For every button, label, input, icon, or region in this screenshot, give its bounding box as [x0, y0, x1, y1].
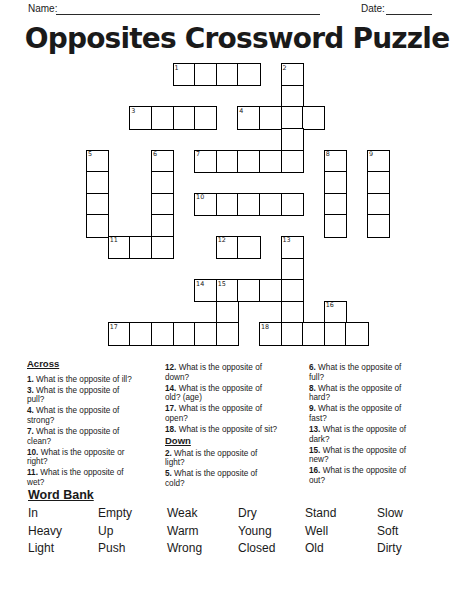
- crossword-grid: 123456789101112131415161718: [87, 64, 391, 346]
- clues-heading-across: Across: [27, 359, 163, 370]
- grid-cell-r5c3[interactable]: [151, 171, 174, 194]
- clue-number-label: 16.: [309, 466, 323, 475]
- clue-line: new?: [309, 455, 459, 465]
- clue-number-9: 9: [369, 151, 373, 158]
- grid-cell-r4c6[interactable]: [216, 150, 239, 173]
- clue-13: 13. What is the opposite ofdark?: [309, 425, 459, 444]
- clue-number-11: 11: [110, 237, 118, 244]
- word-bank-word-old: Old: [305, 541, 377, 555]
- clue-number-label: 5.: [165, 469, 174, 478]
- grid-cell-r2c4[interactable]: [173, 106, 196, 129]
- clue-12: 12. What is the opposite ofdown?: [165, 363, 305, 382]
- grid-cell-r7c3[interactable]: [151, 214, 174, 237]
- clue-9: 9. What is the opposite offast?: [309, 404, 459, 423]
- word-bank-word-weak: Weak: [167, 506, 238, 520]
- clue-4: 4. What is the opposite ofstrong?: [27, 406, 163, 425]
- grid-cell-r12c8[interactable]: 18: [259, 322, 282, 345]
- clue-number-4: 4: [239, 108, 243, 115]
- grid-cell-r11c11[interactable]: 16: [324, 301, 347, 324]
- clue-line: cold?: [165, 479, 305, 489]
- word-bank-word-closed: Closed: [238, 541, 305, 555]
- grid-cell-r12c5[interactable]: [194, 322, 217, 345]
- clue-line: 11. What is the opposite of: [27, 468, 163, 478]
- clue-number-label: 14.: [165, 384, 179, 393]
- grid-cell-r12c12[interactable]: [345, 322, 368, 345]
- clue-line: hard?: [309, 393, 459, 403]
- word-bank-word-heavy: Heavy: [28, 524, 98, 538]
- clue-number-label: 2.: [165, 449, 174, 458]
- clue-line: open?: [165, 414, 305, 424]
- clue-11: 11. What is the opposite ofwet?: [27, 468, 163, 487]
- clue-line: 7. What is the opposite of: [27, 427, 163, 437]
- grid-cell-r8c6[interactable]: 12: [216, 236, 239, 259]
- clue-line: strong?: [27, 416, 163, 426]
- clue-number-10: 10: [196, 194, 204, 201]
- clue-line: 4. What is the opposite of: [27, 406, 163, 416]
- clue-number-14: 14: [196, 281, 204, 288]
- grid-cell-r4c3[interactable]: 6: [151, 150, 174, 173]
- clue-line: wet?: [27, 478, 163, 488]
- clue-line: 8. What is the opposite of: [309, 384, 459, 394]
- clue-line: 6. What is the opposite of: [309, 363, 459, 373]
- word-bank-word-well: Well: [305, 524, 377, 538]
- grid-cell-r6c13[interactable]: [367, 193, 390, 216]
- clue-line: 13. What is the opposite of: [309, 425, 459, 435]
- grid-cell-r4c7[interactable]: [237, 150, 260, 173]
- clue-number-13: 13: [282, 237, 290, 244]
- grid-cell-r7c13[interactable]: [367, 214, 390, 237]
- grid-cell-r12c4[interactable]: [173, 322, 196, 345]
- clue-line: 1. What is the opposite of ill?: [27, 375, 163, 385]
- grid-cell-r7c11[interactable]: [324, 214, 347, 237]
- date-label: Date:: [361, 3, 385, 15]
- word-bank-word-dry: Dry: [238, 506, 305, 520]
- grid-cell-r12c10[interactable]: [302, 322, 325, 345]
- clue-number-8: 8: [326, 151, 330, 158]
- name-blank-line[interactable]: [56, 3, 320, 15]
- grid-cell-r6c3[interactable]: [151, 193, 174, 216]
- grid-cell-r7c0[interactable]: [86, 214, 109, 237]
- clue-number-label: 15.: [309, 446, 323, 455]
- grid-cell-r6c7[interactable]: [237, 193, 260, 216]
- clue-number-6: 6: [153, 151, 157, 158]
- grid-cell-r0c5[interactable]: [194, 63, 217, 86]
- word-bank-word-young: Young: [238, 524, 305, 538]
- grid-cell-r3c9[interactable]: [281, 128, 304, 151]
- clue-line: dark?: [309, 435, 459, 445]
- clue-line: 5. What is the opposite of: [165, 469, 305, 479]
- grid-cell-r4c9[interactable]: [281, 150, 304, 173]
- grid-cell-r5c11[interactable]: [324, 171, 347, 194]
- grid-cell-r6c6[interactable]: [216, 193, 239, 216]
- clue-number-label: 3.: [27, 386, 36, 395]
- clue-5: 5. What is the opposite ofcold?: [165, 469, 305, 488]
- grid-cell-r2c10[interactable]: [302, 106, 325, 129]
- clue-line: down?: [165, 373, 305, 383]
- grid-cell-r10c8[interactable]: [259, 279, 282, 302]
- grid-cell-r12c3[interactable]: [151, 322, 174, 345]
- clue-line: 14. What is the opposite of: [165, 384, 305, 394]
- clue-number-label: 10.: [27, 448, 41, 457]
- grid-cell-r2c9[interactable]: [281, 106, 304, 129]
- clue-18: 18. What is the opposite of sit?: [165, 425, 305, 435]
- grid-cell-r9c9[interactable]: [281, 258, 304, 281]
- clue-number-label: 13.: [309, 425, 323, 434]
- clue-line: old? (age): [165, 393, 305, 403]
- grid-cell-r4c5[interactable]: 7: [194, 150, 217, 173]
- grid-cell-r8c3[interactable]: [151, 236, 174, 259]
- clue-14: 14. What is the opposite ofold? (age): [165, 384, 305, 403]
- clue-number-3: 3: [131, 108, 135, 115]
- clue-number-label: 11.: [27, 468, 40, 477]
- clue-line: pull?: [27, 395, 163, 405]
- word-bank-word-soft: Soft: [377, 524, 403, 538]
- clue-3: 3. What is the opposite ofpull?: [27, 386, 163, 405]
- word-bank-word-in: In: [28, 506, 98, 520]
- grid-cell-r12c6[interactable]: [216, 322, 239, 345]
- clue-number-label: 12.: [165, 363, 179, 372]
- clue-line: out?: [309, 476, 459, 486]
- clue-15: 15. What is the opposite ofnew?: [309, 446, 459, 465]
- clue-number-label: 7.: [27, 427, 36, 436]
- clue-number-18: 18: [261, 324, 269, 331]
- grid-cell-r12c11[interactable]: [324, 322, 347, 345]
- grid-cell-r6c0[interactable]: [86, 193, 109, 216]
- clue-line: right?: [27, 457, 163, 467]
- clue-10: 10. What is the opposite orright?: [27, 448, 163, 467]
- clue-line: 12. What is the opposite of: [165, 363, 305, 373]
- grid-cell-r0c6[interactable]: [216, 63, 239, 86]
- grid-cell-r8c9[interactable]: 13: [281, 236, 304, 259]
- grid-cell-r10c9[interactable]: [281, 279, 304, 302]
- grid-cell-r5c13[interactable]: [367, 171, 390, 194]
- grid-cell-r6c11[interactable]: [324, 193, 347, 216]
- word-bank-word-push: Push: [98, 541, 167, 555]
- clue-number-label: 17.: [165, 404, 179, 413]
- clue-line: 15. What is the opposite of: [309, 446, 459, 456]
- clue-number-label: 8.: [309, 384, 318, 393]
- grid-cell-r1c9[interactable]: [281, 85, 304, 108]
- clues-column-across: Across1. What is the opposite of ill?3. …: [27, 359, 163, 489]
- grid-cell-r12c2[interactable]: [129, 322, 152, 345]
- page-title: Opposites Crossword Puzzle: [0, 22, 474, 56]
- clue-number-12: 12: [218, 237, 226, 244]
- grid-cell-r8c7[interactable]: [237, 236, 260, 259]
- grid-cell-r11c6[interactable]: [216, 301, 239, 324]
- clue-line: light?: [165, 458, 305, 468]
- clue-number-label: 9.: [309, 404, 318, 413]
- grid-cell-r2c5[interactable]: [194, 106, 217, 129]
- word-bank-word-stand: Stand: [305, 506, 377, 520]
- clue-number-2: 2: [282, 65, 286, 72]
- name-label: Name:: [28, 3, 57, 15]
- clue-line: 10. What is the opposite or: [27, 448, 163, 458]
- clue-6: 6. What is the opposite offull?: [309, 363, 459, 382]
- clue-8: 8. What is the opposite ofhard?: [309, 384, 459, 403]
- word-bank-heading: Word Bank: [28, 488, 94, 503]
- clue-2: 2. What is the opposite oflight?: [165, 449, 305, 468]
- clues-heading-down: Down: [165, 436, 305, 447]
- grid-cell-r4c11[interactable]: 8: [324, 150, 347, 173]
- grid-cell-r0c9[interactable]: 2: [281, 63, 304, 86]
- clue-line: clean?: [27, 437, 163, 447]
- word-bank-word-wrong: Wrong: [167, 541, 238, 555]
- clue-7: 7. What is the opposite ofclean?: [27, 427, 163, 446]
- grid-cell-r4c13[interactable]: 9: [367, 150, 390, 173]
- grid-cell-r10c7[interactable]: [237, 279, 260, 302]
- clue-number-1: 1: [174, 65, 178, 72]
- grid-cell-r6c8[interactable]: [259, 193, 282, 216]
- clue-line: 3. What is the opposite of: [27, 386, 163, 396]
- grid-cell-r2c2[interactable]: 3: [129, 106, 152, 129]
- word-bank-word-up: Up: [98, 524, 167, 538]
- clue-line: fast?: [309, 414, 459, 424]
- word-bank-word-empty: Empty: [98, 506, 167, 520]
- grid-cell-r10c5[interactable]: 14: [194, 279, 217, 302]
- clue-number-15: 15: [218, 281, 226, 288]
- grid-cell-r0c4[interactable]: 1: [173, 63, 196, 86]
- clue-line: full?: [309, 373, 459, 383]
- grid-cell-r6c9[interactable]: [281, 193, 304, 216]
- clue-17: 17. What is the opposite ofopen?: [165, 404, 305, 423]
- grid-cell-r4c0[interactable]: 5: [86, 150, 109, 173]
- clue-line: 17. What is the opposite of: [165, 404, 305, 414]
- grid-cell-r8c2[interactable]: [129, 236, 152, 259]
- word-bank-word-light: Light: [28, 541, 98, 555]
- clue-number-5: 5: [88, 151, 92, 158]
- grid-cell-r6c5[interactable]: 10: [194, 193, 217, 216]
- clue-number-7: 7: [196, 151, 200, 158]
- clue-number-label: 18.: [165, 425, 179, 434]
- clues-column-down: 6. What is the opposite offull?8. What i…: [309, 363, 459, 487]
- clue-line: 2. What is the opposite of: [165, 449, 305, 459]
- grid-cell-r2c3[interactable]: [151, 106, 174, 129]
- clue-number-17: 17: [110, 324, 118, 331]
- grid-cell-r11c9[interactable]: [281, 301, 304, 324]
- word-bank-grid: InEmptyWeakDryStandSlowHeavyUpWarmYoungW…: [28, 506, 403, 555]
- clue-number-16: 16: [326, 302, 334, 309]
- clue-16: 16. What is the opposite ofout?: [309, 466, 459, 485]
- grid-cell-r2c8[interactable]: [259, 106, 282, 129]
- clue-line: 16. What is the opposite of: [309, 466, 459, 476]
- clues-column-middle: 12. What is the opposite ofdown?14. What…: [165, 363, 305, 490]
- grid-cell-r10c6[interactable]: 15: [216, 279, 239, 302]
- grid-cell-r2c7[interactable]: 4: [237, 106, 260, 129]
- grid-cell-r5c0[interactable]: [86, 171, 109, 194]
- clue-line: 9. What is the opposite of: [309, 404, 459, 414]
- grid-cell-r8c1[interactable]: 11: [108, 236, 131, 259]
- date-blank-line[interactable]: [386, 3, 432, 15]
- grid-cell-r0c7[interactable]: [237, 63, 260, 86]
- grid-cell-r12c1[interactable]: 17: [108, 322, 131, 345]
- grid-cell-r12c9[interactable]: [281, 322, 304, 345]
- word-bank-word-warm: Warm: [167, 524, 238, 538]
- clue-1: 1. What is the opposite of ill?: [27, 375, 163, 385]
- clue-number-label: 1.: [27, 375, 36, 384]
- word-bank-word-slow: Slow: [377, 506, 403, 520]
- clue-number-label: 4.: [27, 406, 36, 415]
- word-bank-word-dirty: Dirty: [377, 541, 403, 555]
- clue-line: 18. What is the opposite of sit?: [165, 425, 305, 435]
- grid-cell-r4c8[interactable]: [259, 150, 282, 173]
- clue-number-label: 6.: [309, 363, 318, 372]
